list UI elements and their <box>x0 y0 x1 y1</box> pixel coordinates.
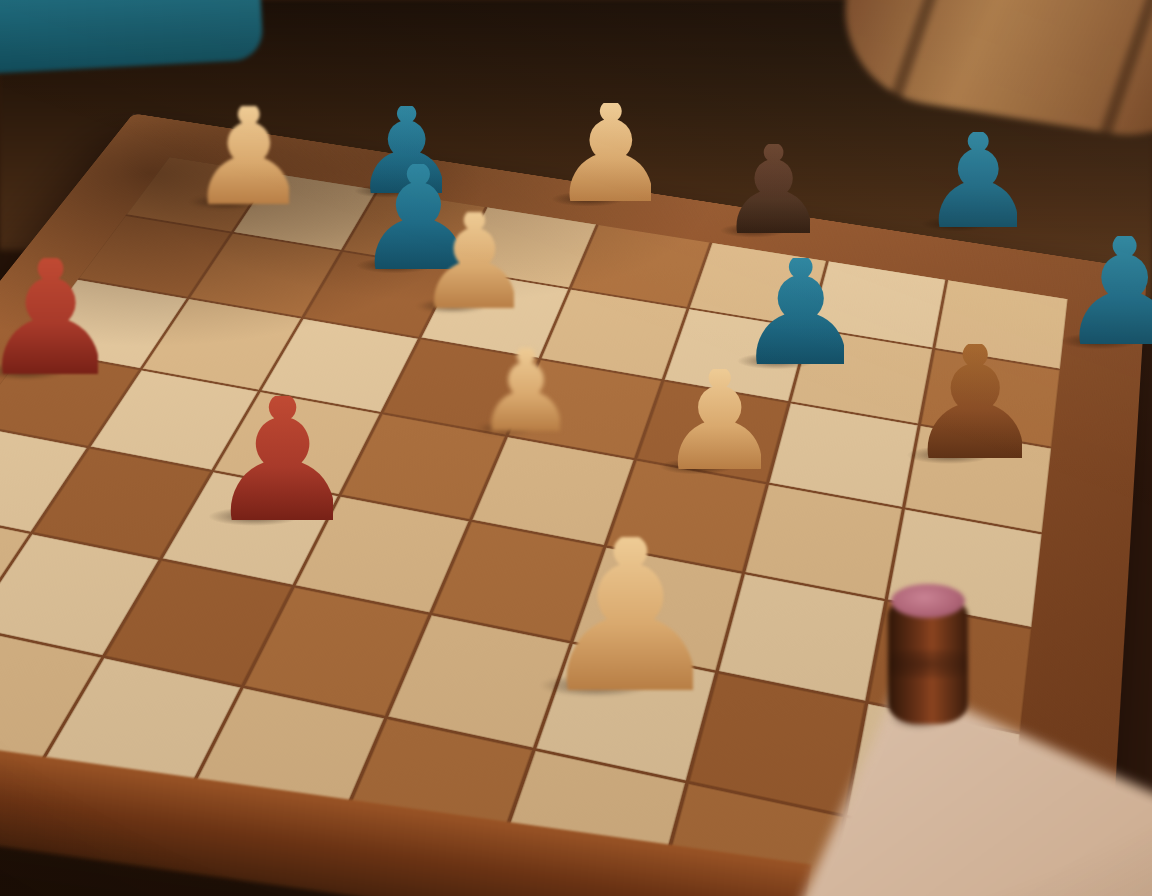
pawn-glyph: ♟ <box>0 258 98 378</box>
pawn-glyph: ♟ <box>1057 236 1152 348</box>
pawn-glyph: ♟ <box>904 344 1022 462</box>
pawn-cream[interactable]: ♟ <box>474 348 560 434</box>
spool-pink-top <box>891 584 965 618</box>
pawn-cream[interactable]: ♟ <box>535 537 693 695</box>
spool-piece[interactable] <box>886 578 970 728</box>
pawn-glyph: ♟ <box>549 103 651 205</box>
scene-photo: ♟♟♟♟♟♟♟♟♟♟♟♟♟♟♟ <box>0 0 1152 896</box>
pawn-cream[interactable]: ♟ <box>187 106 289 208</box>
pawn-glyph: ♟ <box>535 537 693 695</box>
pawn-blue[interactable]: ♟ <box>919 132 1017 230</box>
pawn-glyph: ♟ <box>718 144 810 236</box>
pawn-glyph: ♟ <box>414 212 514 312</box>
pawn-blue[interactable]: ♟ <box>1057 236 1152 348</box>
spool-body <box>888 596 968 724</box>
pawn-honey[interactable]: ♟ <box>904 344 1022 462</box>
pawn-red[interactable]: ♟ <box>205 396 333 524</box>
pawn-glyph: ♟ <box>919 132 1017 230</box>
pawn-glyph: ♟ <box>187 106 289 208</box>
pawn-red[interactable]: ♟ <box>0 258 98 378</box>
pawn-cream[interactable]: ♟ <box>657 369 761 473</box>
pawn-glyph: ♟ <box>474 348 560 434</box>
pawn-walnut[interactable]: ♟ <box>718 144 810 236</box>
pawn-cream[interactable]: ♟ <box>414 212 514 312</box>
pawn-glyph: ♟ <box>657 369 761 473</box>
pawn-cream[interactable]: ♟ <box>549 103 651 205</box>
pawn-glyph: ♟ <box>205 396 333 524</box>
